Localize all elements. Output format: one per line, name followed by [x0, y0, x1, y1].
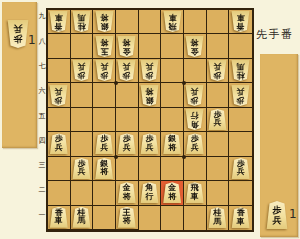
square-2七[interactable]: 歩兵	[71, 59, 94, 83]
piece-label: 歩兵	[122, 135, 131, 152]
piece-金将-sente[interactable]: 金将	[185, 36, 204, 57]
square-9七[interactable]: 桂馬	[229, 59, 252, 83]
square-1四[interactable]: 歩兵	[48, 132, 71, 156]
piece-角行-gote[interactable]: 角行	[140, 182, 159, 203]
piece-金将-gote[interactable]: 金将	[117, 182, 136, 203]
board-square[interactable]	[71, 83, 94, 107]
board-square[interactable]	[207, 181, 230, 205]
piece-歩兵-gote[interactable]: 歩兵	[95, 133, 114, 154]
piece-桂馬-sente[interactable]: 桂馬	[72, 11, 91, 32]
piece-label: 歩兵	[100, 135, 109, 152]
square-1一[interactable]: 香車	[48, 206, 71, 230]
board-square[interactable]	[116, 157, 139, 181]
board-square[interactable]	[207, 157, 230, 181]
board-square[interactable]	[93, 83, 116, 107]
board-square[interactable]	[207, 34, 230, 58]
piece-銀将-gote[interactable]: 銀将	[95, 158, 114, 179]
board-square[interactable]	[48, 34, 71, 58]
piece-銀将-gote[interactable]: 銀将	[163, 133, 182, 154]
square-9一[interactable]: 香車	[229, 206, 252, 230]
shogi-board: 香車桂馬銀将飛車香車玉将金将金将歩兵歩兵歩兵歩兵歩兵桂馬歩兵銀将歩兵歩兵角行歩兵…	[46, 8, 254, 232]
board-square[interactable]	[184, 157, 207, 181]
board-square[interactable]	[161, 59, 184, 83]
board-square[interactable]	[48, 59, 71, 83]
board-square[interactable]	[71, 108, 94, 132]
piece-label: 銀将	[100, 13, 109, 30]
board-square[interactable]	[161, 157, 184, 181]
piece-label: 銀将	[168, 135, 177, 152]
turn-indicator: 先手番	[256, 27, 294, 42]
piece-label: 角行	[145, 184, 154, 201]
square-8五[interactable]: 歩兵	[207, 108, 230, 132]
piece-歩兵-sente[interactable]: 歩兵	[231, 85, 250, 106]
square-7四[interactable]: 歩兵	[184, 132, 207, 156]
square-3七[interactable]: 歩兵	[93, 59, 116, 83]
piece-歩兵-sente[interactable]: 歩兵	[49, 85, 68, 106]
square-9九[interactable]: 香車	[229, 10, 252, 34]
square-4二[interactable]: 金将	[116, 181, 139, 205]
piece-飛車-sente[interactable]: 飛車	[163, 11, 182, 32]
piece-label: 歩兵	[145, 62, 154, 79]
piece-label: 王将	[122, 209, 131, 226]
square-8七[interactable]: 歩兵	[207, 59, 230, 83]
sente-hand-count: 1	[28, 33, 36, 47]
piece-label: 金将	[122, 184, 131, 201]
board-square[interactable]	[207, 10, 230, 34]
piece-label: 香車	[236, 209, 245, 226]
piece-歩兵-sente[interactable]: 歩兵	[208, 60, 227, 81]
piece-label: 歩兵	[54, 135, 63, 152]
piece-歩兵-gote[interactable]: 歩兵	[49, 133, 68, 154]
square-3九[interactable]: 銀将	[93, 10, 116, 34]
piece-label: 桂馬	[77, 13, 86, 30]
piece-label: 歩兵	[13, 24, 23, 44]
board-square[interactable]	[161, 108, 184, 132]
piece-銀将-sente[interactable]: 銀将	[140, 85, 159, 106]
board-square[interactable]	[93, 108, 116, 132]
board-square[interactable]	[207, 132, 230, 156]
piece-桂馬-sente[interactable]: 桂馬	[231, 60, 250, 81]
sente-hand-pawn[interactable]: 歩兵	[7, 20, 29, 48]
square-7八[interactable]: 金将	[184, 34, 207, 58]
piece-label: 歩兵	[145, 135, 154, 152]
square-4四[interactable]: 歩兵	[116, 132, 139, 156]
piece-歩兵-sente[interactable]: 歩兵	[185, 85, 204, 106]
gote-hand-count: 1	[289, 207, 297, 221]
piece-label: 歩兵	[100, 62, 109, 79]
piece-label: 歩兵	[236, 87, 245, 104]
piece-label: 桂馬	[77, 209, 86, 226]
board-square[interactable]	[161, 34, 184, 58]
square-5四[interactable]: 歩兵	[139, 132, 162, 156]
board-square[interactable]	[71, 132, 94, 156]
piece-label: 歩兵	[213, 111, 222, 128]
piece-玉将-sente[interactable]: 玉将	[95, 36, 114, 57]
piece-桂馬-gote[interactable]: 桂馬	[72, 207, 91, 228]
piece-銀将-sente[interactable]: 銀将	[95, 11, 114, 32]
piece-label: 香車	[236, 13, 245, 30]
piece-label: 歩兵	[122, 62, 131, 79]
piece-label: 歩兵	[272, 205, 282, 225]
square-6九[interactable]: 飛車	[161, 10, 184, 34]
square-2三[interactable]: 歩兵	[71, 157, 94, 181]
board-square[interactable]	[139, 157, 162, 181]
piece-label: 歩兵	[77, 160, 86, 177]
piece-歩兵-gote[interactable]: 歩兵	[231, 158, 250, 179]
piece-歩兵-gote[interactable]: 歩兵	[117, 133, 136, 154]
square-2一[interactable]: 桂馬	[71, 206, 94, 230]
piece-label: 桂馬	[236, 62, 245, 79]
square-4八[interactable]: 金将	[116, 34, 139, 58]
piece-label: 歩兵	[77, 62, 86, 79]
piece-歩兵-gote[interactable]: 歩兵	[72, 158, 91, 179]
board-square[interactable]	[184, 10, 207, 34]
board-square[interactable]	[71, 181, 94, 205]
square-6二[interactable]: 金将	[161, 181, 184, 205]
square-1九[interactable]: 香車	[48, 10, 71, 34]
square-5二[interactable]: 角行	[139, 181, 162, 205]
square-9六[interactable]: 歩兵	[229, 83, 252, 107]
piece-label: 金将	[168, 184, 177, 201]
piece-王将-gote[interactable]: 王将	[117, 207, 136, 228]
board-square[interactable]	[116, 108, 139, 132]
square-1六[interactable]: 歩兵	[48, 83, 71, 107]
board-square[interactable]	[139, 108, 162, 132]
piece-label: 飛車	[168, 13, 177, 30]
square-8一[interactable]: 桂馬	[207, 206, 230, 230]
piece-label: 角行	[190, 111, 199, 128]
board-square[interactable]	[139, 10, 162, 34]
board-square[interactable]	[139, 206, 162, 230]
piece-歩兵-sente[interactable]: 歩兵	[95, 60, 114, 81]
piece-香車-sente[interactable]: 香車	[49, 11, 68, 32]
board-square[interactable]	[229, 34, 252, 58]
piece-飛車-gote[interactable]: 飛車	[185, 182, 204, 203]
square-3三[interactable]: 銀将	[93, 157, 116, 181]
piece-歩兵-sente[interactable]: 歩兵	[117, 60, 136, 81]
piece-label: 歩兵	[236, 160, 245, 177]
board-square[interactable]	[116, 83, 139, 107]
board-square[interactable]	[229, 108, 252, 132]
board-square[interactable]	[229, 181, 252, 205]
square-9三[interactable]: 歩兵	[229, 157, 252, 181]
board-square[interactable]	[184, 206, 207, 230]
piece-金将-gote[interactable]: 金将	[163, 182, 182, 203]
piece-label: 香車	[54, 13, 63, 30]
board-square[interactable]	[48, 157, 71, 181]
board-square[interactable]	[48, 181, 71, 205]
square-6四[interactable]: 銀将	[161, 132, 184, 156]
piece-歩兵-sente[interactable]: 歩兵	[72, 60, 91, 81]
square-7五[interactable]: 角行	[184, 108, 207, 132]
piece-label: 歩兵	[190, 87, 199, 104]
piece-label: 飛車	[190, 184, 199, 201]
square-3八[interactable]: 玉将	[93, 34, 116, 58]
square-7六[interactable]: 歩兵	[184, 83, 207, 107]
piece-label: 金将	[190, 38, 199, 55]
piece-歩兵-gote[interactable]: 歩兵	[140, 133, 159, 154]
piece-歩兵-gote[interactable]: 歩兵	[185, 133, 204, 154]
square-7二[interactable]: 飛車	[184, 181, 207, 205]
piece-歩兵-sente[interactable]: 歩兵	[140, 60, 159, 81]
square-4一[interactable]: 王将	[116, 206, 139, 230]
board-square[interactable]	[184, 59, 207, 83]
piece-label: 桂馬	[213, 209, 222, 226]
piece-歩兵-gote[interactable]: 歩兵	[208, 109, 227, 130]
board-square[interactable]	[161, 83, 184, 107]
piece-香車-sente[interactable]: 香車	[231, 11, 250, 32]
board-square[interactable]	[207, 83, 230, 107]
board-square[interactable]	[161, 206, 184, 230]
piece-香車-gote[interactable]: 香車	[231, 207, 250, 228]
piece-label: 玉将	[100, 38, 109, 55]
board-square[interactable]	[139, 34, 162, 58]
square-3四[interactable]: 歩兵	[93, 132, 116, 156]
piece-角行-sente[interactable]: 角行	[185, 109, 204, 130]
board-square[interactable]	[71, 34, 94, 58]
board-square[interactable]	[116, 10, 139, 34]
board-square[interactable]	[93, 206, 116, 230]
piece-label: 歩兵	[213, 62, 222, 79]
square-2九[interactable]: 桂馬	[71, 10, 94, 34]
piece-label: 銀将	[100, 160, 109, 177]
piece-label: 歩兵	[54, 87, 63, 104]
board-square[interactable]	[229, 132, 252, 156]
piece-label: 金将	[122, 38, 131, 55]
square-5七[interactable]: 歩兵	[139, 59, 162, 83]
piece-香車-gote[interactable]: 香車	[49, 207, 68, 228]
board-square[interactable]	[93, 181, 116, 205]
piece-桂馬-gote[interactable]: 桂馬	[208, 207, 227, 228]
board-square[interactable]	[48, 108, 71, 132]
piece-label: 香車	[54, 209, 63, 226]
gote-hand-pawn[interactable]: 歩兵	[266, 201, 288, 229]
piece-金将-sente[interactable]: 金将	[117, 36, 136, 57]
piece-label: 歩兵	[190, 135, 199, 152]
square-4七[interactable]: 歩兵	[116, 59, 139, 83]
piece-label: 銀将	[145, 87, 154, 104]
square-5六[interactable]: 銀将	[139, 83, 162, 107]
